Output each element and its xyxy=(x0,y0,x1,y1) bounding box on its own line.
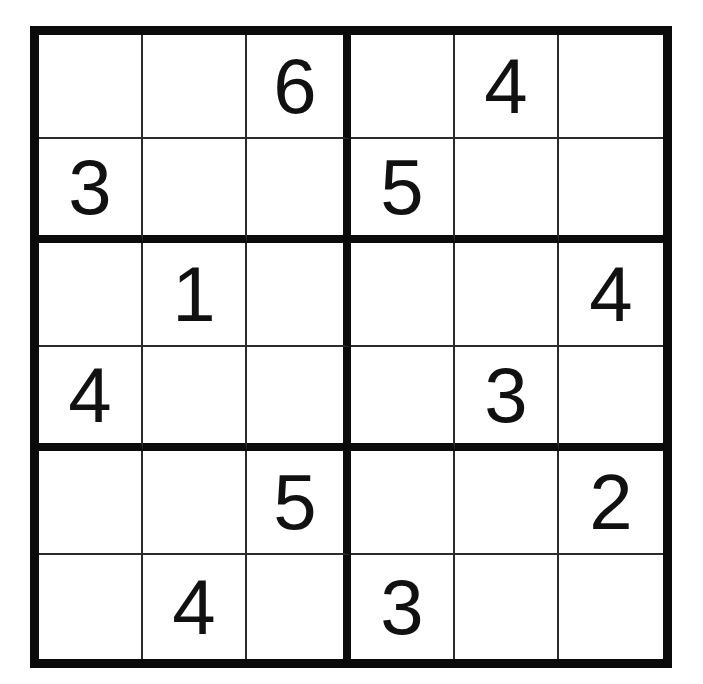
sudoku-cell-r6c2[interactable]: 4 xyxy=(143,555,247,659)
sudoku-cell-r1c1[interactable] xyxy=(39,35,143,139)
sudoku-cell-r3c2[interactable]: 1 xyxy=(143,243,247,347)
sudoku-cell-r3c4[interactable] xyxy=(351,243,455,347)
sudoku-cell-r3c1[interactable] xyxy=(39,243,143,347)
sudoku-cell-r3c3[interactable] xyxy=(247,243,351,347)
sudoku-board: 643514435243 xyxy=(30,26,672,668)
sudoku-cell-r6c5[interactable] xyxy=(455,555,559,659)
sudoku-cell-r2c1[interactable]: 3 xyxy=(39,139,143,243)
sudoku-cell-r3c5[interactable] xyxy=(455,243,559,347)
sudoku-cell-r5c1[interactable] xyxy=(39,451,143,555)
sudoku-cell-r3c6[interactable]: 4 xyxy=(559,243,663,347)
sudoku-cell-r5c5[interactable] xyxy=(455,451,559,555)
sudoku-cell-r6c6[interactable] xyxy=(559,555,663,659)
sudoku-cell-r6c1[interactable] xyxy=(39,555,143,659)
sudoku-cell-r1c2[interactable] xyxy=(143,35,247,139)
sudoku-cell-r6c3[interactable] xyxy=(247,555,351,659)
sudoku-cell-r4c1[interactable]: 4 xyxy=(39,347,143,451)
sudoku-cell-r4c3[interactable] xyxy=(247,347,351,451)
sudoku-cell-r4c5[interactable]: 3 xyxy=(455,347,559,451)
sudoku-cell-r1c5[interactable]: 4 xyxy=(455,35,559,139)
sudoku-cell-r1c3[interactable]: 6 xyxy=(247,35,351,139)
sudoku-cell-r2c2[interactable] xyxy=(143,139,247,243)
sudoku-cell-r4c4[interactable] xyxy=(351,347,455,451)
sudoku-cell-r5c2[interactable] xyxy=(143,451,247,555)
sudoku-cell-r1c6[interactable] xyxy=(559,35,663,139)
sudoku-cell-r2c3[interactable] xyxy=(247,139,351,243)
sudoku-cell-r2c4[interactable]: 5 xyxy=(351,139,455,243)
sudoku-cell-r5c4[interactable] xyxy=(351,451,455,555)
sudoku-cell-r1c4[interactable] xyxy=(351,35,455,139)
sudoku-cell-r5c3[interactable]: 5 xyxy=(247,451,351,555)
sudoku-cell-r4c2[interactable] xyxy=(143,347,247,451)
sudoku-cell-r6c4[interactable]: 3 xyxy=(351,555,455,659)
sudoku-cell-r2c6[interactable] xyxy=(559,139,663,243)
sudoku-cell-r2c5[interactable] xyxy=(455,139,559,243)
sudoku-cell-r4c6[interactable] xyxy=(559,347,663,451)
sudoku-cell-r5c6[interactable]: 2 xyxy=(559,451,663,555)
